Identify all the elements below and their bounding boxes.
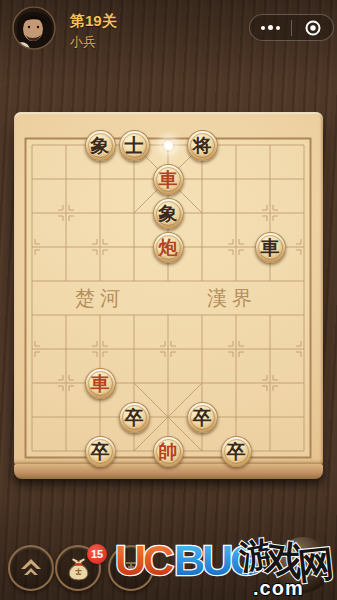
close-circle-icon (303, 18, 323, 38)
piece-glyph: 車 (159, 170, 178, 189)
piece-red-chariot[interactable]: 車 (85, 368, 116, 399)
chevron-up-icon (18, 555, 44, 581)
hint-count-badge: 15 (87, 544, 107, 564)
piece-black-soldier[interactable]: 卒 (119, 402, 150, 433)
piece-black-chariot[interactable]: 車 (255, 232, 286, 263)
watermark-com: .com (253, 577, 304, 599)
screen: 第19关 小兵 楚河漢界 象士将車象炮車車卒卒卒帥卒 (0, 0, 337, 600)
close-button[interactable] (292, 15, 333, 40)
piece-glyph: 象 (91, 136, 110, 155)
piece-black-elephant[interactable]: 象 (85, 130, 116, 161)
piece-glyph: 炮 (159, 238, 178, 257)
tower-icon (118, 555, 144, 581)
player-rank: 小兵 (70, 33, 96, 51)
avatar[interactable] (12, 6, 56, 50)
piece-black-soldier[interactable]: 卒 (85, 436, 116, 467)
piece-glyph: 帥 (159, 442, 178, 461)
piece-red-general[interactable]: 帥 (153, 436, 184, 467)
piece-glyph: 卒 (91, 442, 110, 461)
watermark-cn: 网 (296, 541, 336, 587)
more-dots-icon (276, 26, 280, 30)
piece-glyph: 士 (125, 136, 144, 155)
watermark-cn: 游 (236, 532, 277, 577)
piece-glyph: 将 (193, 136, 212, 155)
piece-red-cannon[interactable]: 炮 (153, 232, 184, 263)
more-button[interactable] (250, 15, 291, 40)
wechat-capsule (249, 14, 334, 41)
bottom-button-3[interactable] (108, 545, 154, 591)
more-dots-icon (261, 26, 265, 30)
piece-black-soldier[interactable]: 卒 (187, 402, 218, 433)
watermark-sphere (275, 537, 331, 593)
piece-glyph: 卒 (193, 408, 212, 427)
expand-button[interactable] (8, 545, 54, 591)
piece-glyph: 象 (159, 204, 178, 223)
piece-black-general[interactable]: 将 (187, 130, 218, 161)
piece-glyph: 卒 (227, 442, 246, 461)
piece-black-soldier[interactable]: 卒 (221, 436, 252, 467)
piece-black-elephant[interactable]: 象 (153, 198, 184, 229)
highlight-marker (162, 139, 175, 152)
piece-glyph: 卒 (125, 408, 144, 427)
piece-red-chariot[interactable]: 車 (153, 164, 184, 195)
piece-glyph: 車 (261, 238, 280, 257)
level-title: 第19关 (70, 12, 117, 31)
more-dots-icon (268, 25, 273, 30)
piece-black-advisor[interactable]: 士 (119, 130, 150, 161)
watermark-bug: BUG (174, 536, 261, 584)
watermark-cn: 戏 (262, 535, 306, 584)
piece-glyph: 車 (91, 374, 110, 393)
pieces-layer: 象士将車象炮車車卒卒卒帥卒 (15, 128, 321, 468)
ucbug-watermark: UC BUG 游 戏 网 .com (0, 505, 337, 600)
